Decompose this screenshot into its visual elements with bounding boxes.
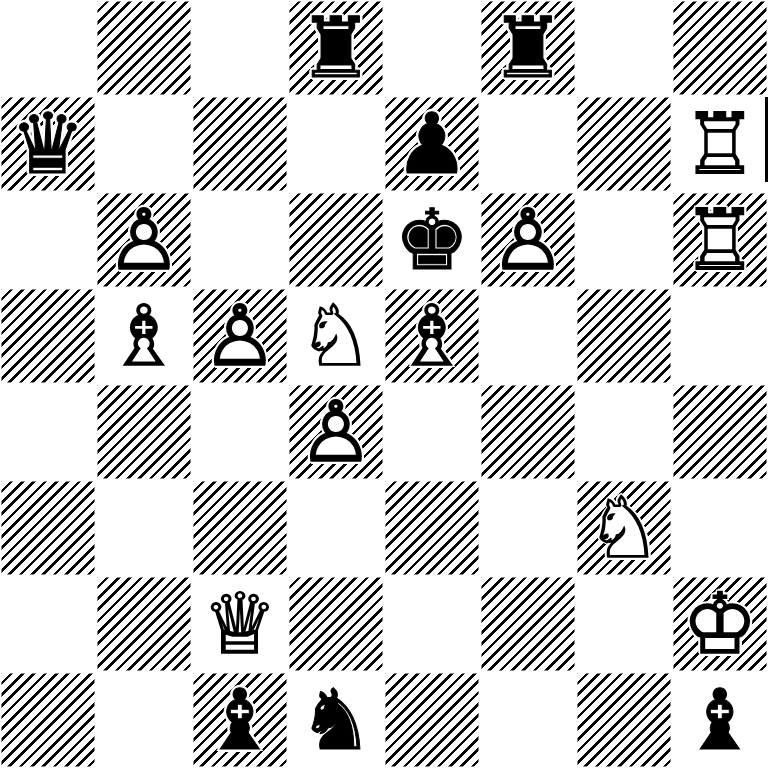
square-b5[interactable]: ♝♗ <box>96 288 192 384</box>
square-b4[interactable] <box>96 384 192 480</box>
square-d2[interactable] <box>288 576 384 672</box>
white-rook-glyph: ♖ <box>672 96 768 192</box>
white-knight[interactable]: ♞♘ <box>288 288 384 384</box>
white-bishop-fill-layer: ♝ <box>96 288 192 384</box>
black-pawn[interactable]: ♟♟ <box>384 96 480 192</box>
black-knight-fill-layer: ♞ <box>288 672 384 768</box>
square-c8[interactable] <box>192 0 288 96</box>
white-bishop-fill-layer: ♝ <box>384 288 480 384</box>
square-b1[interactable] <box>96 672 192 768</box>
black-bishop-glyph: ♝ <box>672 672 768 768</box>
square-c7[interactable] <box>192 96 288 192</box>
square-c5[interactable]: ♟♙ <box>192 288 288 384</box>
square-b7[interactable] <box>96 96 192 192</box>
black-king-glyph: ♚ <box>384 192 480 288</box>
square-f3[interactable] <box>480 480 576 576</box>
square-h3[interactable] <box>672 480 768 576</box>
white-pawn-glyph: ♙ <box>480 192 576 288</box>
black-bishop-fill-layer: ♝ <box>192 672 288 768</box>
white-knight-glyph: ♘ <box>288 288 384 384</box>
square-h8[interactable] <box>672 0 768 96</box>
white-pawn-fill-layer: ♟ <box>192 288 288 384</box>
square-e6[interactable]: ♚♚ <box>384 192 480 288</box>
black-pawn-glyph: ♟ <box>384 96 480 192</box>
black-king[interactable]: ♚♚ <box>384 192 480 288</box>
black-knight-glyph: ♞ <box>288 672 384 768</box>
black-rook[interactable]: ♜♜ <box>480 0 576 96</box>
white-pawn-glyph: ♙ <box>192 288 288 384</box>
white-queen-fill-layer: ♛ <box>192 576 288 672</box>
square-h7[interactable]: ♜♖ <box>672 96 768 192</box>
square-a8[interactable] <box>0 0 96 96</box>
white-queen-glyph: ♕ <box>192 576 288 672</box>
white-bishop-glyph: ♗ <box>384 288 480 384</box>
white-king[interactable]: ♚♔ <box>672 576 768 672</box>
square-f5[interactable] <box>480 288 576 384</box>
square-g6[interactable] <box>576 192 672 288</box>
white-bishop[interactable]: ♝♗ <box>384 288 480 384</box>
black-queen-glyph: ♛ <box>0 96 96 192</box>
black-rook-glyph: ♜ <box>480 0 576 96</box>
black-rook-fill-layer: ♜ <box>288 0 384 96</box>
white-rook[interactable]: ♜♖ <box>672 192 768 288</box>
white-knight-fill-layer: ♞ <box>576 480 672 576</box>
white-king-glyph: ♔ <box>672 576 768 672</box>
black-king-fill-layer: ♚ <box>384 192 480 288</box>
square-a4[interactable] <box>0 384 96 480</box>
square-e2[interactable] <box>384 576 480 672</box>
square-g7[interactable] <box>576 96 672 192</box>
square-b3[interactable] <box>96 480 192 576</box>
white-pawn[interactable]: ♟♙ <box>96 192 192 288</box>
square-g1[interactable] <box>576 672 672 768</box>
square-e1[interactable] <box>384 672 480 768</box>
white-pawn-fill-layer: ♟ <box>480 192 576 288</box>
white-rook-glyph: ♖ <box>672 192 768 288</box>
black-knight[interactable]: ♞♞ <box>288 672 384 768</box>
black-rook-glyph: ♜ <box>288 0 384 96</box>
square-h6[interactable]: ♜♖ <box>672 192 768 288</box>
square-f4[interactable] <box>480 384 576 480</box>
square-d1[interactable]: ♞♞ <box>288 672 384 768</box>
square-c1[interactable]: ♝♝ <box>192 672 288 768</box>
white-rook[interactable]: ♜♖ <box>672 96 768 192</box>
black-bishop-fill-layer: ♝ <box>672 672 768 768</box>
white-pawn[interactable]: ♟♙ <box>192 288 288 384</box>
chess-board: ♜♜♜♜♛♛♟♟♜♖♟♙♚♚♟♙♜♖♝♗♟♙♞♘♝♗♟♙♞♘♛♕♚♔♝♝♞♞♝♝ <box>0 0 768 768</box>
white-pawn-glyph: ♙ <box>96 192 192 288</box>
white-knight-glyph: ♘ <box>576 480 672 576</box>
black-bishop-glyph: ♝ <box>192 672 288 768</box>
square-f6[interactable]: ♟♙ <box>480 192 576 288</box>
white-knight-fill-layer: ♞ <box>288 288 384 384</box>
square-d3[interactable] <box>288 480 384 576</box>
square-c2[interactable]: ♛♕ <box>192 576 288 672</box>
square-d6[interactable] <box>288 192 384 288</box>
chess-board-wrapper: ♜♜♜♜♛♛♟♟♜♖♟♙♚♚♟♙♜♖♝♗♟♙♞♘♝♗♟♙♞♘♛♕♚♔♝♝♞♞♝♝ <box>0 0 768 768</box>
square-h4[interactable] <box>672 384 768 480</box>
square-g4[interactable] <box>576 384 672 480</box>
square-g5[interactable] <box>576 288 672 384</box>
square-a5[interactable] <box>0 288 96 384</box>
square-h2[interactable]: ♚♔ <box>672 576 768 672</box>
square-b8[interactable] <box>96 0 192 96</box>
square-f1[interactable] <box>480 672 576 768</box>
black-bishop[interactable]: ♝♝ <box>672 672 768 768</box>
white-rook-fill-layer: ♜ <box>672 96 768 192</box>
white-king-fill-layer: ♚ <box>672 576 768 672</box>
white-pawn-glyph: ♙ <box>288 384 384 480</box>
black-bishop[interactable]: ♝♝ <box>192 672 288 768</box>
black-rook-fill-layer: ♜ <box>480 0 576 96</box>
white-bishop-glyph: ♗ <box>96 288 192 384</box>
square-d7[interactable] <box>288 96 384 192</box>
square-a6[interactable] <box>0 192 96 288</box>
square-a7[interactable]: ♛♛ <box>0 96 96 192</box>
square-e4[interactable] <box>384 384 480 480</box>
square-g2[interactable] <box>576 576 672 672</box>
white-pawn[interactable]: ♟♙ <box>480 192 576 288</box>
square-a2[interactable] <box>0 576 96 672</box>
white-bishop[interactable]: ♝♗ <box>96 288 192 384</box>
black-queen-fill-layer: ♛ <box>0 96 96 192</box>
square-f7[interactable] <box>480 96 576 192</box>
square-d5[interactable]: ♞♘ <box>288 288 384 384</box>
white-pawn[interactable]: ♟♙ <box>288 384 384 480</box>
black-queen[interactable]: ♛♛ <box>0 96 96 192</box>
square-h1[interactable]: ♝♝ <box>672 672 768 768</box>
square-e8[interactable] <box>384 0 480 96</box>
square-a1[interactable] <box>0 672 96 768</box>
square-c3[interactable] <box>192 480 288 576</box>
white-pawn-fill-layer: ♟ <box>96 192 192 288</box>
square-f2[interactable] <box>480 576 576 672</box>
white-knight[interactable]: ♞♘ <box>576 480 672 576</box>
square-d8[interactable]: ♜♜ <box>288 0 384 96</box>
square-f8[interactable]: ♜♜ <box>480 0 576 96</box>
square-e5[interactable]: ♝♗ <box>384 288 480 384</box>
square-d4[interactable]: ♟♙ <box>288 384 384 480</box>
square-c4[interactable] <box>192 384 288 480</box>
black-pawn-fill-layer: ♟ <box>384 96 480 192</box>
square-b6[interactable]: ♟♙ <box>96 192 192 288</box>
black-rook[interactable]: ♜♜ <box>288 0 384 96</box>
square-e3[interactable] <box>384 480 480 576</box>
square-c6[interactable] <box>192 192 288 288</box>
square-a3[interactable] <box>0 480 96 576</box>
white-queen[interactable]: ♛♕ <box>192 576 288 672</box>
square-h5[interactable] <box>672 288 768 384</box>
white-pawn-fill-layer: ♟ <box>288 384 384 480</box>
square-e7[interactable]: ♟♟ <box>384 96 480 192</box>
square-g3[interactable]: ♞♘ <box>576 480 672 576</box>
square-b2[interactable] <box>96 576 192 672</box>
white-rook-fill-layer: ♜ <box>672 192 768 288</box>
square-g8[interactable] <box>576 0 672 96</box>
